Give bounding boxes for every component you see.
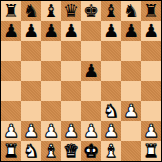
piece-black-pawn: ♟ — [83, 61, 99, 81]
piece-black-rook: ♜ — [143, 1, 159, 21]
square-e4[interactable] — [81, 81, 101, 101]
square-d1[interactable]: ♛ — [61, 141, 81, 161]
square-g1[interactable] — [121, 141, 141, 161]
piece-black-pawn: ♟ — [123, 21, 139, 41]
square-b6[interactable] — [21, 41, 41, 61]
square-f1[interactable]: ♝ — [101, 141, 121, 161]
piece-black-pawn: ♟ — [43, 21, 59, 41]
square-b5[interactable] — [21, 61, 41, 81]
square-h1[interactable]: ♜ — [141, 141, 161, 161]
square-c3[interactable] — [41, 101, 61, 121]
square-g4[interactable] — [121, 81, 141, 101]
square-b7[interactable]: ♟ — [21, 21, 41, 41]
square-h2[interactable]: ♟ — [141, 121, 161, 141]
square-h3[interactable] — [141, 101, 161, 121]
square-b8[interactable]: ♞ — [21, 1, 41, 21]
piece-white-pawn: ♟ — [83, 121, 99, 141]
piece-black-knight: ♞ — [123, 1, 139, 21]
piece-black-bishop: ♝ — [43, 1, 59, 21]
square-h8[interactable]: ♜ — [141, 1, 161, 21]
square-h4[interactable] — [141, 81, 161, 101]
square-b4[interactable] — [21, 81, 41, 101]
piece-white-pawn: ♟ — [43, 121, 59, 141]
square-e3[interactable] — [81, 101, 101, 121]
square-e1[interactable]: ♚ — [81, 141, 101, 161]
square-d6[interactable] — [61, 41, 81, 61]
square-d2[interactable]: ♟ — [61, 121, 81, 141]
square-a1[interactable]: ♜ — [1, 141, 21, 161]
square-d5[interactable] — [61, 61, 81, 81]
square-g3[interactable]: ♟ — [121, 101, 141, 121]
piece-white-knight: ♞ — [23, 141, 39, 161]
piece-black-pawn: ♟ — [143, 21, 159, 41]
piece-black-pawn: ♟ — [103, 21, 119, 41]
square-f3[interactable]: ♞ — [101, 101, 121, 121]
square-f5[interactable] — [101, 61, 121, 81]
piece-white-queen: ♛ — [63, 141, 79, 161]
square-h6[interactable] — [141, 41, 161, 61]
square-e6[interactable] — [81, 41, 101, 61]
piece-black-knight: ♞ — [23, 1, 39, 21]
square-g2[interactable] — [121, 121, 141, 141]
square-d7[interactable]: ♟ — [61, 21, 81, 41]
square-c5[interactable] — [41, 61, 61, 81]
piece-white-pawn: ♟ — [103, 121, 119, 141]
square-c2[interactable]: ♟ — [41, 121, 61, 141]
square-a5[interactable] — [1, 61, 21, 81]
piece-white-rook: ♜ — [143, 141, 159, 161]
square-e5[interactable]: ♟ — [81, 61, 101, 81]
square-c4[interactable] — [41, 81, 61, 101]
square-a4[interactable] — [1, 81, 21, 101]
square-b3[interactable] — [21, 101, 41, 121]
square-a7[interactable]: ♟ — [1, 21, 21, 41]
piece-white-pawn: ♟ — [63, 121, 79, 141]
square-d3[interactable] — [61, 101, 81, 121]
square-f2[interactable]: ♟ — [101, 121, 121, 141]
piece-black-bishop: ♝ — [103, 1, 119, 21]
piece-white-pawn: ♟ — [23, 121, 39, 141]
piece-white-pawn: ♟ — [143, 121, 159, 141]
square-h7[interactable]: ♟ — [141, 21, 161, 41]
square-g5[interactable] — [121, 61, 141, 81]
piece-white-bishop: ♝ — [43, 141, 59, 161]
square-f8[interactable]: ♝ — [101, 1, 121, 21]
square-b2[interactable]: ♟ — [21, 121, 41, 141]
square-c7[interactable]: ♟ — [41, 21, 61, 41]
square-f4[interactable] — [101, 81, 121, 101]
square-g6[interactable] — [121, 41, 141, 61]
square-c6[interactable] — [41, 41, 61, 61]
piece-white-pawn: ♟ — [3, 121, 19, 141]
square-a8[interactable]: ♜ — [1, 1, 21, 21]
piece-black-rook: ♜ — [3, 1, 19, 21]
square-a6[interactable] — [1, 41, 21, 61]
square-c8[interactable]: ♝ — [41, 1, 61, 21]
piece-white-king: ♚ — [83, 141, 99, 161]
square-d4[interactable] — [61, 81, 81, 101]
piece-black-pawn: ♟ — [23, 21, 39, 41]
square-a3[interactable] — [1, 101, 21, 121]
piece-white-bishop: ♝ — [103, 141, 119, 161]
square-e8[interactable]: ♚ — [81, 1, 101, 21]
square-a2[interactable]: ♟ — [1, 121, 21, 141]
square-g8[interactable]: ♞ — [121, 1, 141, 21]
piece-black-king: ♚ — [83, 1, 99, 21]
square-b1[interactable]: ♞ — [21, 141, 41, 161]
square-c1[interactable]: ♝ — [41, 141, 61, 161]
square-h5[interactable] — [141, 61, 161, 81]
square-d8[interactable]: ♛ — [61, 1, 81, 21]
piece-white-pawn: ♟ — [123, 101, 139, 121]
piece-white-rook: ♜ — [3, 141, 19, 161]
square-e7[interactable] — [81, 21, 101, 41]
piece-black-queen: ♛ — [63, 1, 79, 21]
square-e2[interactable]: ♟ — [81, 121, 101, 141]
piece-black-pawn: ♟ — [63, 21, 79, 41]
piece-black-pawn: ♟ — [3, 21, 19, 41]
chess-board: ♜♞♝♛♚♝♞♜♟♟♟♟♟♟♟♟♞♟♟♟♟♟♟♟♟♜♞♝♛♚♝♜ — [0, 0, 162, 162]
square-f6[interactable] — [101, 41, 121, 61]
square-f7[interactable]: ♟ — [101, 21, 121, 41]
piece-white-knight: ♞ — [103, 101, 119, 121]
square-g7[interactable]: ♟ — [121, 21, 141, 41]
